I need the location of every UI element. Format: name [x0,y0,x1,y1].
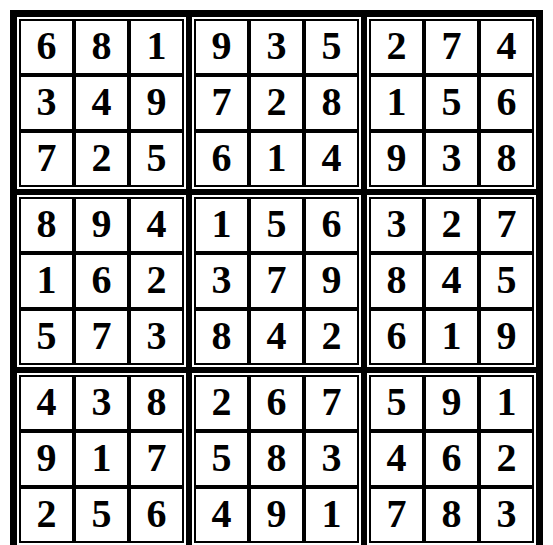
cell-r7c3[interactable]: 8 [129,375,184,431]
cell-r4c3[interactable]: 4 [129,197,184,253]
cell-r5c3[interactable]: 2 [129,253,184,309]
cell-r9c4[interactable]: 4 [194,487,249,543]
cell-r1c4[interactable]: 9 [194,19,249,75]
sudoku-box-1: 681349725 [17,17,186,189]
cell-r3c8[interactable]: 3 [424,131,479,187]
cell-r4c1[interactable]: 8 [19,197,74,253]
cell-r9c2[interactable]: 5 [74,487,129,543]
cell-r9c7[interactable]: 7 [369,487,424,543]
cell-r6c7[interactable]: 6 [369,309,424,365]
sudoku-box-7: 438917256 [17,373,186,545]
cell-r8c5[interactable]: 8 [249,431,304,487]
cell-r5c8[interactable]: 4 [424,253,479,309]
cell-r3c4[interactable]: 6 [194,131,249,187]
cell-r4c5[interactable]: 5 [249,197,304,253]
sudoku-box-6: 327845619 [367,195,536,367]
cell-r2c8[interactable]: 5 [424,75,479,131]
cell-r7c2[interactable]: 3 [74,375,129,431]
cell-r5c1[interactable]: 1 [19,253,74,309]
sudoku-box-5: 156379842 [192,195,361,367]
cell-r5c2[interactable]: 6 [74,253,129,309]
cell-r2c1[interactable]: 3 [19,75,74,131]
cell-r5c4[interactable]: 3 [194,253,249,309]
cell-r3c9[interactable]: 8 [479,131,534,187]
cell-r3c3[interactable]: 5 [129,131,184,187]
cell-r1c7[interactable]: 2 [369,19,424,75]
cell-r7c6[interactable]: 7 [304,375,359,431]
cell-r8c7[interactable]: 4 [369,431,424,487]
cell-r9c1[interactable]: 2 [19,487,74,543]
cell-r7c4[interactable]: 2 [194,375,249,431]
sudoku-board: 6813497259357286142741569388941625731563… [10,10,543,545]
cell-r7c9[interactable]: 1 [479,375,534,431]
cell-r7c5[interactable]: 6 [249,375,304,431]
cell-r1c5[interactable]: 3 [249,19,304,75]
cell-r8c8[interactable]: 6 [424,431,479,487]
cell-r4c4[interactable]: 1 [194,197,249,253]
cell-r4c6[interactable]: 6 [304,197,359,253]
sudoku-box-4: 894162573 [17,195,186,367]
cell-r2c6[interactable]: 8 [304,75,359,131]
sudoku-page: 6813497259357286142741569388941625731563… [0,0,553,545]
cell-r4c7[interactable]: 3 [369,197,424,253]
cell-r4c9[interactable]: 7 [479,197,534,253]
cell-r9c5[interactable]: 9 [249,487,304,543]
sudoku-box-2: 935728614 [192,17,361,189]
cell-r2c3[interactable]: 9 [129,75,184,131]
cell-r6c6[interactable]: 2 [304,309,359,365]
cell-r1c3[interactable]: 1 [129,19,184,75]
sudoku-box-3: 274156938 [367,17,536,189]
cell-r8c9[interactable]: 2 [479,431,534,487]
cell-r8c1[interactable]: 9 [19,431,74,487]
cell-r3c5[interactable]: 1 [249,131,304,187]
cell-r6c9[interactable]: 9 [479,309,534,365]
cell-r8c4[interactable]: 5 [194,431,249,487]
cell-r2c2[interactable]: 4 [74,75,129,131]
cell-r6c8[interactable]: 1 [424,309,479,365]
cell-r4c8[interactable]: 2 [424,197,479,253]
cell-r5c7[interactable]: 8 [369,253,424,309]
cell-r1c8[interactable]: 7 [424,19,479,75]
cell-r9c9[interactable]: 3 [479,487,534,543]
cell-r8c6[interactable]: 3 [304,431,359,487]
cell-r3c1[interactable]: 7 [19,131,74,187]
cell-r4c2[interactable]: 9 [74,197,129,253]
cell-r8c3[interactable]: 7 [129,431,184,487]
cell-r6c2[interactable]: 7 [74,309,129,365]
cell-r5c5[interactable]: 7 [249,253,304,309]
cell-r3c7[interactable]: 9 [369,131,424,187]
cell-r7c7[interactable]: 5 [369,375,424,431]
cell-r9c3[interactable]: 6 [129,487,184,543]
cell-r1c2[interactable]: 8 [74,19,129,75]
cell-r8c2[interactable]: 1 [74,431,129,487]
cell-r2c7[interactable]: 1 [369,75,424,131]
cell-r2c5[interactable]: 2 [249,75,304,131]
cell-r1c6[interactable]: 5 [304,19,359,75]
cell-r9c6[interactable]: 1 [304,487,359,543]
cell-r5c9[interactable]: 5 [479,253,534,309]
cell-r7c8[interactable]: 9 [424,375,479,431]
cell-r2c9[interactable]: 6 [479,75,534,131]
sudoku-box-8: 267583491 [192,373,361,545]
cell-r9c8[interactable]: 8 [424,487,479,543]
cell-r1c1[interactable]: 6 [19,19,74,75]
sudoku-box-9: 591462783 [367,373,536,545]
cell-r6c3[interactable]: 3 [129,309,184,365]
cell-r3c6[interactable]: 4 [304,131,359,187]
cell-r6c1[interactable]: 5 [19,309,74,365]
cell-r5c6[interactable]: 9 [304,253,359,309]
cell-r3c2[interactable]: 2 [74,131,129,187]
cell-r1c9[interactable]: 4 [479,19,534,75]
cell-r6c4[interactable]: 8 [194,309,249,365]
cell-r2c4[interactable]: 7 [194,75,249,131]
cell-r7c1[interactable]: 4 [19,375,74,431]
cell-r6c5[interactable]: 4 [249,309,304,365]
